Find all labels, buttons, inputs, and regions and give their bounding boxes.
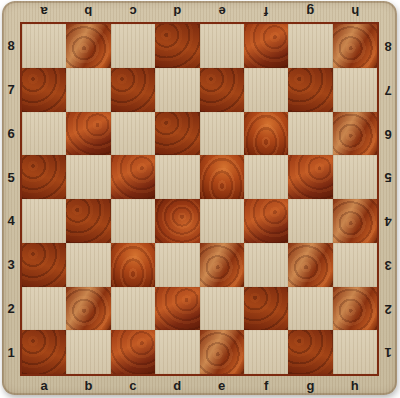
file-label-top-g: g (288, 1, 332, 22)
square-f6[interactable] (244, 112, 288, 156)
square-c5[interactable] (111, 155, 155, 199)
square-d3[interactable] (155, 243, 199, 287)
file-label-top-h: h (333, 1, 377, 22)
square-c6[interactable] (111, 112, 155, 156)
square-f3[interactable] (244, 243, 288, 287)
file-labels-bottom: abcdefgh (22, 376, 377, 395)
file-label-top-f: f (244, 1, 288, 22)
rank-label-right-6: 6 (379, 112, 397, 156)
square-e1[interactable] (200, 330, 244, 374)
file-label-top-e: e (200, 1, 244, 22)
square-h6[interactable] (333, 112, 377, 156)
file-label-bottom-g: g (288, 376, 332, 395)
square-d8[interactable] (155, 24, 199, 68)
square-h4[interactable] (333, 199, 377, 243)
square-d7[interactable] (155, 68, 199, 112)
square-c1[interactable] (111, 330, 155, 374)
square-f4[interactable] (244, 199, 288, 243)
rank-label-left-2: 2 (2, 287, 20, 331)
square-g3[interactable] (288, 243, 332, 287)
square-h1[interactable] (333, 330, 377, 374)
square-b4[interactable] (66, 199, 110, 243)
rank-labels-left: 87654321 (2, 24, 20, 374)
chess-board: abcdefgh abcdefgh 87654321 87654321 (2, 1, 397, 395)
square-e8[interactable] (200, 24, 244, 68)
square-d1[interactable] (155, 330, 199, 374)
square-g6[interactable] (288, 112, 332, 156)
rank-label-right-3: 3 (379, 243, 397, 287)
rank-label-left-4: 4 (2, 199, 20, 243)
square-f1[interactable] (244, 330, 288, 374)
file-label-top-b: b (66, 1, 110, 22)
square-b8[interactable] (66, 24, 110, 68)
square-b7[interactable] (66, 68, 110, 112)
square-b5[interactable] (66, 155, 110, 199)
square-c4[interactable] (111, 199, 155, 243)
square-a7[interactable] (22, 68, 66, 112)
file-labels-top: abcdefgh (22, 1, 377, 22)
square-g8[interactable] (288, 24, 332, 68)
square-a4[interactable] (22, 199, 66, 243)
file-label-top-d: d (155, 1, 199, 22)
rank-label-left-8: 8 (2, 24, 20, 68)
square-a8[interactable] (22, 24, 66, 68)
square-b1[interactable] (66, 330, 110, 374)
square-f2[interactable] (244, 287, 288, 331)
square-e5[interactable] (200, 155, 244, 199)
square-f7[interactable] (244, 68, 288, 112)
square-a1[interactable] (22, 330, 66, 374)
square-h5[interactable] (333, 155, 377, 199)
square-b3[interactable] (66, 243, 110, 287)
file-label-top-a: a (22, 1, 66, 22)
square-a6[interactable] (22, 112, 66, 156)
rank-label-right-5: 5 (379, 155, 397, 199)
square-e3[interactable] (200, 243, 244, 287)
square-g1[interactable] (288, 330, 332, 374)
square-a2[interactable] (22, 287, 66, 331)
square-b6[interactable] (66, 112, 110, 156)
square-f8[interactable] (244, 24, 288, 68)
rank-label-right-1: 1 (379, 330, 397, 374)
square-e4[interactable] (200, 199, 244, 243)
file-label-bottom-h: h (333, 376, 377, 395)
square-h7[interactable] (333, 68, 377, 112)
board-frame (20, 22, 379, 376)
file-label-bottom-d: d (155, 376, 199, 395)
square-g5[interactable] (288, 155, 332, 199)
square-h3[interactable] (333, 243, 377, 287)
file-label-bottom-b: b (66, 376, 110, 395)
rank-label-left-6: 6 (2, 112, 20, 156)
rank-label-right-7: 7 (379, 68, 397, 112)
product-photo: abcdefgh abcdefgh 87654321 87654321 (0, 0, 400, 398)
rank-label-right-2: 2 (379, 287, 397, 331)
square-c2[interactable] (111, 287, 155, 331)
square-h8[interactable] (333, 24, 377, 68)
file-label-bottom-a: a (22, 376, 66, 395)
file-label-bottom-c: c (111, 376, 155, 395)
square-e6[interactable] (200, 112, 244, 156)
rank-label-left-1: 1 (2, 330, 20, 374)
rank-labels-right: 87654321 (379, 24, 397, 374)
square-g2[interactable] (288, 287, 332, 331)
rank-label-right-8: 8 (379, 24, 397, 68)
file-label-bottom-e: e (200, 376, 244, 395)
square-b2[interactable] (66, 287, 110, 331)
file-label-top-c: c (111, 1, 155, 22)
square-c8[interactable] (111, 24, 155, 68)
file-label-bottom-f: f (244, 376, 288, 395)
square-c7[interactable] (111, 68, 155, 112)
square-d6[interactable] (155, 112, 199, 156)
square-d2[interactable] (155, 287, 199, 331)
square-d5[interactable] (155, 155, 199, 199)
square-g7[interactable] (288, 68, 332, 112)
rank-label-left-5: 5 (2, 155, 20, 199)
board-grid (22, 24, 377, 374)
rank-label-left-7: 7 (2, 68, 20, 112)
square-d4[interactable] (155, 199, 199, 243)
square-a3[interactable] (22, 243, 66, 287)
square-a5[interactable] (22, 155, 66, 199)
square-g4[interactable] (288, 199, 332, 243)
square-f5[interactable] (244, 155, 288, 199)
square-e7[interactable] (200, 68, 244, 112)
rank-label-right-4: 4 (379, 199, 397, 243)
square-c3[interactable] (111, 243, 155, 287)
square-h2[interactable] (333, 287, 377, 331)
rank-label-left-3: 3 (2, 243, 20, 287)
square-e2[interactable] (200, 287, 244, 331)
